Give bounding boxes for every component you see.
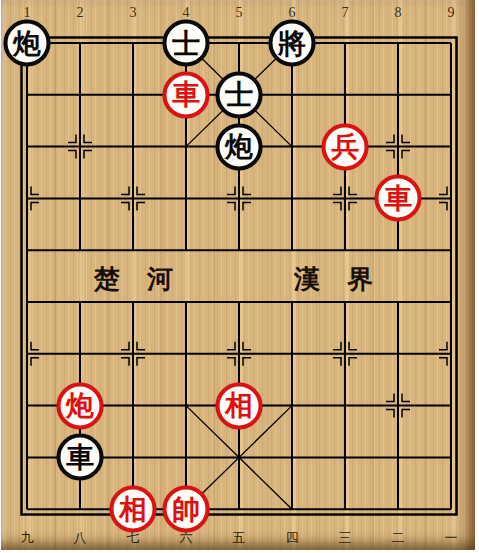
file-label-top-5: 5 bbox=[236, 4, 243, 22]
river-char: 漢 bbox=[294, 262, 320, 297]
piece-black-general[interactable]: 將 bbox=[269, 20, 316, 67]
piece-glyph: 車 bbox=[66, 443, 94, 471]
piece-black-advisor[interactable]: 士 bbox=[163, 20, 210, 67]
piece-glyph: 車 bbox=[384, 184, 412, 212]
piece-black-cannon[interactable]: 炮 bbox=[216, 123, 263, 170]
piece-glyph: 兵 bbox=[331, 133, 359, 161]
file-label-bottom-7: 三 bbox=[339, 530, 352, 546]
file-label-bottom-6: 四 bbox=[286, 530, 299, 546]
piece-glyph: 炮 bbox=[13, 29, 41, 57]
piece-red-elephant[interactable]: 相 bbox=[216, 382, 263, 429]
river-char: 河 bbox=[147, 262, 173, 297]
river-text-left: 楚河 bbox=[94, 262, 173, 297]
piece-black-advisor[interactable]: 士 bbox=[216, 71, 263, 118]
piece-black-cannon[interactable]: 炮 bbox=[4, 20, 51, 67]
piece-glyph: 相 bbox=[225, 392, 253, 420]
file-label-bottom-2: 八 bbox=[74, 530, 87, 546]
file-label-bottom-9: 一 bbox=[445, 530, 458, 546]
piece-red-cannon[interactable]: 炮 bbox=[57, 382, 104, 429]
river-text-right: 漢界 bbox=[294, 262, 373, 297]
file-label-top-8: 8 bbox=[395, 4, 402, 22]
file-label-bottom-1: 九 bbox=[21, 530, 34, 546]
xiangqi-board: 123456789 九八七六五四三二一 楚河漢界 炮士將車士炮兵車炮相車相帥 bbox=[0, 0, 479, 553]
file-label-bottom-8: 二 bbox=[392, 530, 405, 546]
piece-glyph: 炮 bbox=[225, 133, 253, 161]
piece-glyph: 士 bbox=[225, 81, 253, 109]
file-label-top-9: 9 bbox=[448, 4, 455, 22]
file-label-bottom-5: 五 bbox=[233, 530, 246, 546]
piece-glyph: 相 bbox=[119, 495, 147, 523]
piece-red-soldier[interactable]: 兵 bbox=[322, 123, 369, 170]
piece-glyph: 炮 bbox=[66, 392, 94, 420]
piece-glyph: 士 bbox=[172, 29, 200, 57]
river-char: 楚 bbox=[94, 262, 120, 297]
piece-red-elephant[interactable]: 相 bbox=[110, 486, 157, 533]
piece-glyph: 帥 bbox=[172, 495, 200, 523]
piece-glyph: 車 bbox=[172, 81, 200, 109]
piece-black-chariot[interactable]: 車 bbox=[57, 434, 104, 481]
file-label-top-7: 7 bbox=[342, 4, 349, 22]
piece-red-general[interactable]: 帥 bbox=[163, 486, 210, 533]
file-label-top-2: 2 bbox=[77, 4, 84, 22]
piece-red-chariot[interactable]: 車 bbox=[375, 175, 422, 222]
piece-glyph: 將 bbox=[278, 29, 306, 57]
piece-red-chariot[interactable]: 車 bbox=[163, 71, 210, 118]
river-char: 界 bbox=[347, 262, 373, 297]
file-label-top-3: 3 bbox=[130, 4, 137, 22]
